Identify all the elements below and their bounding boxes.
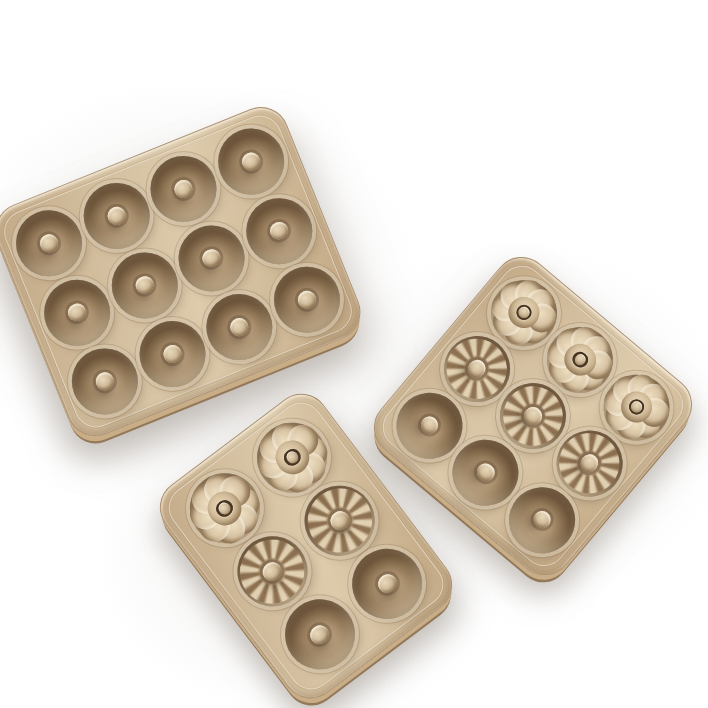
center-post (530, 507, 555, 532)
product-photo-stage (0, 0, 708, 708)
donut-cavity (169, 215, 255, 301)
donut-cavity (62, 339, 148, 425)
center-post (374, 570, 400, 596)
center-post (228, 316, 251, 339)
center-post (172, 177, 195, 200)
center-post (105, 204, 128, 227)
donut-cavity (34, 269, 120, 355)
center-post (133, 274, 156, 297)
center-post (473, 460, 498, 485)
donut-cavity (264, 257, 350, 343)
center-post (240, 150, 263, 173)
center-post (307, 621, 333, 647)
pan-face (372, 255, 693, 576)
donut-cavity (197, 284, 283, 370)
center-post (65, 301, 88, 324)
donut-cavity (208, 118, 294, 204)
donut-cavity (236, 188, 322, 274)
center-post (161, 343, 184, 366)
center-post (200, 246, 223, 269)
pan-12-donut (0, 99, 369, 445)
center-post (37, 232, 60, 255)
donut-cavity (101, 242, 187, 328)
center-post (268, 219, 291, 242)
donut-cavity (73, 173, 159, 259)
center-post (296, 288, 319, 311)
donut-cavity (129, 311, 215, 397)
donut-cavity (6, 200, 92, 286)
pan-face (0, 108, 360, 436)
center-post (417, 413, 442, 438)
donut-cavity (141, 146, 227, 232)
center-post (93, 370, 116, 393)
